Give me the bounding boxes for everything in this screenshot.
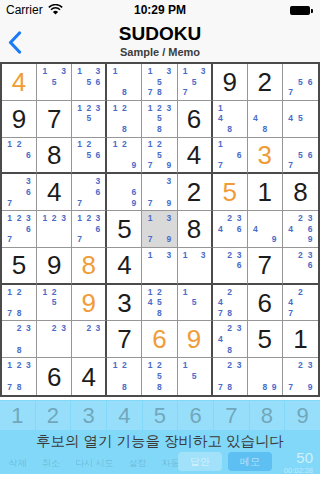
clock: 10:29 PM	[0, 3, 320, 17]
cell-r6c2[interactable]: 9	[37, 248, 72, 285]
cell-candidates: 12458	[145, 287, 173, 319]
cell-r4c1[interactable]: 367	[2, 174, 37, 211]
cell-value: 7	[47, 106, 61, 132]
cell-r6c1[interactable]: 5	[2, 248, 37, 285]
cell-r4c5[interactable]: 379	[142, 174, 177, 211]
page-title: SUDOKU	[0, 20, 320, 45]
cell-r5c8[interactable]: 49	[248, 211, 283, 248]
toolbar-button[interactable]: 취소	[42, 457, 60, 470]
toast-message: 후보의 열기 기능을 장비하고 있습니다	[0, 433, 320, 450]
cell-value: 9	[47, 252, 61, 278]
cell-candidates: 126	[5, 140, 33, 171]
cell-r3c3[interactable]: 1256	[72, 138, 107, 175]
cell-r4c9[interactable]: 8	[283, 174, 318, 211]
cell-value: 5	[117, 216, 131, 242]
bottom-overlay: 123456789 후보의 열기 기능을 장비하고 있습니다 삭제취소다시 시도…	[0, 400, 320, 474]
cell-r8c3[interactable]: 23	[72, 321, 107, 358]
cell-r3c8[interactable]: 3	[248, 138, 283, 175]
cell-r7c4[interactable]: 3	[107, 285, 142, 322]
cell-r7c7[interactable]: 2478	[213, 285, 248, 322]
cell-value: 8	[47, 142, 61, 168]
cell-r7c1[interactable]: 1278	[2, 285, 37, 322]
cell-value: 5	[222, 179, 236, 205]
cell-r1c4[interactable]: 18	[107, 64, 142, 101]
cell-value: 9	[82, 290, 96, 316]
cell-candidates: 1379	[145, 213, 173, 245]
cell-r4c8[interactable]: 1	[248, 174, 283, 211]
cell-r9c2[interactable]: 6	[37, 358, 72, 395]
cell-value: 3	[117, 290, 131, 316]
mode-buttons: 답안메모	[178, 452, 272, 471]
cell-value: 1	[293, 326, 307, 352]
cell-r9c5[interactable]: 1258	[142, 358, 177, 395]
cell-candidates: 2346	[216, 213, 244, 245]
cell-candidates: 48	[251, 103, 279, 135]
cell-r4c2[interactable]: 4	[37, 174, 72, 211]
back-button[interactable]	[8, 31, 22, 54]
cell-r7c9[interactable]: 247	[283, 285, 318, 322]
cell-candidates: 238	[5, 323, 33, 355]
number-key-row: 123456789	[0, 400, 320, 430]
cell-candidates: 128	[110, 103, 138, 135]
cell-candidates: 567	[286, 66, 315, 98]
cell-r2c6[interactable]: 6	[178, 101, 213, 138]
cell-candidates: 49	[251, 213, 279, 245]
cell-candidates: 123	[40, 213, 68, 245]
cell-candidates: 12378	[5, 360, 33, 393]
cell-r3c9[interactable]: 567	[283, 138, 318, 175]
cell-candidates: 148	[216, 103, 244, 135]
cell-value: 6	[47, 364, 61, 390]
number-key-1[interactable]: 1	[0, 401, 35, 430]
mode-button-메모[interactable]: 메모	[228, 452, 272, 471]
cell-r5c7[interactable]: 2346	[213, 211, 248, 248]
number-key-3[interactable]: 3	[71, 401, 106, 430]
cell-r9c1[interactable]: 12378	[2, 358, 37, 395]
cell-candidates: 247	[286, 287, 315, 319]
cell-r6c6[interactable]: 13	[178, 248, 213, 285]
cell-r2c3[interactable]: 1235	[72, 101, 107, 138]
cell-candidates: 129	[110, 140, 138, 171]
cell-candidates: 125	[40, 287, 68, 319]
cell-candidates: 367	[75, 176, 102, 208]
cell-candidates: 12367	[75, 213, 102, 245]
cell-r2c1[interactable]: 9	[2, 101, 37, 138]
cell-r8c1[interactable]: 238	[2, 321, 37, 358]
cell-r8c7[interactable]: 2348	[213, 321, 248, 358]
timer-value: 00:02:28	[284, 466, 313, 474]
battery-icon	[290, 6, 310, 15]
cell-candidates: 15	[181, 360, 208, 393]
number-key-2[interactable]: 2	[36, 401, 71, 430]
cell-r2c7[interactable]: 148	[213, 101, 248, 138]
cell-r5c3[interactable]: 12367	[72, 211, 107, 248]
cell-candidates: 12579	[145, 140, 173, 171]
cell-r9c6[interactable]: 15	[178, 358, 213, 395]
cell-value: 9	[12, 106, 26, 132]
cell-candidates: 2478	[216, 287, 244, 319]
cell-candidates: 367	[5, 176, 33, 208]
cell-value: 9	[187, 326, 201, 352]
cell-value: 7	[258, 252, 272, 278]
cell-r3c6[interactable]: 4	[178, 138, 213, 175]
cell-candidates: 567	[286, 140, 315, 171]
cell-r6c5[interactable]: 13	[142, 248, 177, 285]
cell-r8c9[interactable]: 1	[283, 321, 318, 358]
cell-r5c9[interactable]: 23469	[283, 211, 318, 248]
cell-value: 9	[222, 69, 236, 95]
toolbar-buttons: 삭제취소다시 시도설정자동	[9, 457, 180, 470]
cell-candidates: 1356	[75, 66, 102, 98]
cell-value: 4	[47, 179, 61, 205]
cell-r4c4[interactable]: 69	[107, 174, 142, 211]
cell-value: 2	[187, 179, 201, 205]
toolbar-button[interactable]: 삭제	[9, 457, 27, 470]
cell-candidates: 1235	[75, 103, 102, 135]
cell-candidates: 13578	[145, 66, 173, 98]
cell-candidates: 23469	[286, 213, 315, 245]
cell-value: 8	[187, 216, 201, 242]
cell-value: 7	[117, 326, 131, 352]
toolbar-button[interactable]: 설정	[129, 457, 147, 470]
cell-candidates: 89	[251, 360, 279, 393]
cell-r1c5[interactable]: 13578	[142, 64, 177, 101]
nav-bar: SUDOKU Sample / Memo	[0, 20, 320, 62]
cell-candidates: 2348	[216, 323, 244, 355]
cell-r8c4[interactable]: 7	[107, 321, 142, 358]
cell-value: 2	[258, 69, 272, 95]
cell-r8c2[interactable]: 23	[37, 321, 72, 358]
cell-r1c8[interactable]: 2	[248, 64, 283, 101]
cell-r6c8[interactable]: 7	[248, 248, 283, 285]
cell-candidates: 1258	[145, 360, 173, 393]
cell-r8c8[interactable]: 5	[248, 321, 283, 358]
cell-r5c4[interactable]: 5	[107, 211, 142, 248]
cell-r1c3[interactable]: 1356	[72, 64, 107, 101]
cell-candidates: 12367	[5, 213, 33, 245]
cell-r1c1[interactable]: 4	[2, 64, 37, 101]
cell-value: 1	[258, 179, 272, 205]
app-screen: Carrier 10:29 PM SUDOKU Sample / Memo 41…	[0, 0, 320, 480]
number-key-8[interactable]: 8	[250, 401, 285, 430]
number-key-6[interactable]: 6	[178, 401, 213, 430]
page-subtitle: Sample / Memo	[0, 46, 320, 59]
cell-value: 4	[12, 69, 26, 95]
cell-r5c6[interactable]: 8	[178, 211, 213, 248]
sudoku-board: 4135135618135781357925679712351281235861…	[0, 62, 320, 397]
cell-r6c4[interactable]: 4	[107, 248, 142, 285]
cell-r7c8[interactable]: 6	[248, 285, 283, 322]
cell-r1c7[interactable]: 9	[213, 64, 248, 101]
cell-r3c7[interactable]: 167	[213, 138, 248, 175]
mode-button-답안[interactable]: 답안	[178, 452, 222, 471]
cell-candidates: 236	[216, 250, 244, 281]
cell-value: 8	[82, 252, 96, 278]
cell-candidates: 1278	[5, 287, 33, 319]
cell-candidates: 167	[216, 140, 244, 171]
cell-candidates: 18	[110, 66, 138, 98]
toolbar-button[interactable]: 다시 시도	[75, 457, 114, 470]
cell-value: 4	[117, 252, 131, 278]
cell-candidates: 45	[286, 103, 315, 135]
cell-candidates: 135	[40, 66, 68, 98]
cell-r5c2[interactable]: 123	[37, 211, 72, 248]
cell-r9c9[interactable]: 2379	[283, 358, 318, 395]
cell-r7c2[interactable]: 125	[37, 285, 72, 322]
cell-r2c5[interactable]: 12358	[142, 101, 177, 138]
cell-candidates: 379	[145, 176, 173, 208]
cell-r4c6[interactable]: 2	[178, 174, 213, 211]
cell-candidates: 23	[40, 323, 68, 355]
cell-r7c3[interactable]: 9	[72, 285, 107, 322]
cell-value: 3	[258, 142, 272, 168]
cell-r2c2[interactable]: 7	[37, 101, 72, 138]
cell-r2c8[interactable]: 48	[248, 101, 283, 138]
cell-candidates: 128	[110, 360, 138, 393]
cell-r6c3[interactable]: 8	[72, 248, 107, 285]
cell-r7c6[interactable]: 15	[178, 285, 213, 322]
cell-r6c9[interactable]: 236	[283, 248, 318, 285]
cell-candidates: 2378	[216, 360, 244, 393]
number-key-7[interactable]: 7	[214, 401, 249, 430]
cell-value: 5	[258, 326, 272, 352]
cell-candidates: 2379	[286, 360, 315, 393]
cell-r9c3[interactable]: 4	[72, 358, 107, 395]
cell-value: 6	[187, 106, 201, 132]
cell-value: 6	[152, 326, 166, 352]
cell-value: 4	[187, 142, 201, 168]
cell-r3c5[interactable]: 12579	[142, 138, 177, 175]
cell-r3c2[interactable]: 8	[37, 138, 72, 175]
cell-candidates: 69	[110, 176, 138, 208]
cell-candidates: 236	[286, 250, 315, 281]
cell-candidates: 1256	[75, 140, 102, 171]
cell-r9c7[interactable]: 2378	[213, 358, 248, 395]
cell-r1c9[interactable]: 567	[283, 64, 318, 101]
cell-r1c2[interactable]: 135	[37, 64, 72, 101]
cell-r1c6[interactable]: 1357	[178, 64, 213, 101]
toolbar-row: 삭제취소다시 시도설정자동 답안메모 50 00:02:28	[0, 450, 320, 474]
cell-candidates: 15	[181, 287, 208, 319]
cell-value: 5	[12, 252, 26, 278]
cell-value: 8	[293, 179, 307, 205]
cell-candidates: 13	[181, 250, 208, 281]
cell-r7c5[interactable]: 12458	[142, 285, 177, 322]
score-timer: 50 00:02:28	[284, 450, 313, 474]
number-key-5[interactable]: 5	[143, 401, 178, 430]
cell-r9c8[interactable]: 89	[248, 358, 283, 395]
cell-r5c5[interactable]: 1379	[142, 211, 177, 248]
cell-r3c1[interactable]: 126	[2, 138, 37, 175]
cell-r4c3[interactable]: 367	[72, 174, 107, 211]
cell-candidates: 23	[75, 323, 102, 355]
number-key-9[interactable]: 9	[285, 401, 320, 430]
cell-r2c9[interactable]: 45	[283, 101, 318, 138]
cell-r3c4[interactable]: 129	[107, 138, 142, 175]
cell-candidates: 1357	[181, 66, 208, 98]
cell-value: 6	[258, 290, 272, 316]
number-key-4[interactable]: 4	[107, 401, 142, 430]
cell-r8c5[interactable]: 6	[142, 321, 177, 358]
cell-value: 4	[82, 364, 96, 390]
cell-r8c6[interactable]: 9	[178, 321, 213, 358]
cell-candidates: 12358	[145, 103, 173, 135]
status-bar: Carrier 10:29 PM	[0, 0, 320, 20]
cell-r5c1[interactable]: 12367	[2, 211, 37, 248]
cell-candidates: 13	[145, 250, 173, 281]
cell-r9c4[interactable]: 128	[107, 358, 142, 395]
toolbar-button[interactable]: 자동	[162, 457, 180, 470]
cell-r4c7[interactable]: 5	[213, 174, 248, 211]
score-value: 50	[284, 450, 313, 466]
cell-r2c4[interactable]: 128	[107, 101, 142, 138]
cell-r6c7[interactable]: 236	[213, 248, 248, 285]
